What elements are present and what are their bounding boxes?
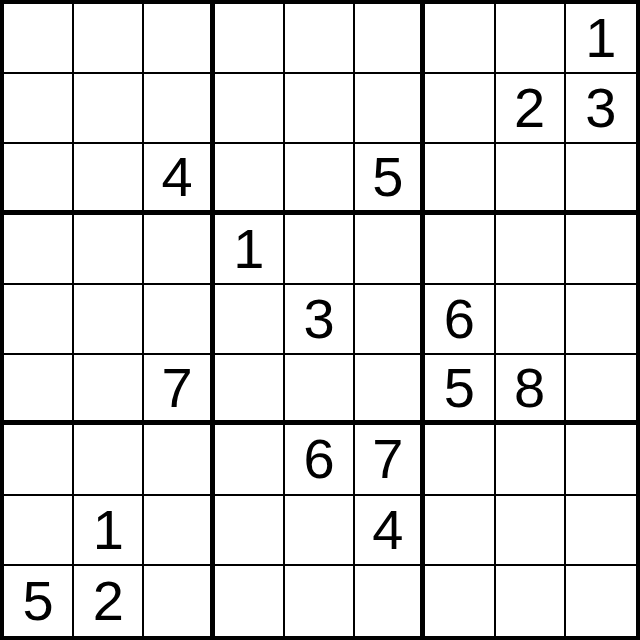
given-digit: 4 <box>372 502 403 558</box>
cell-r1c1[interactable] <box>4 4 74 74</box>
cell-r9c7[interactable] <box>425 566 495 636</box>
cell-r7c4[interactable] <box>215 425 285 495</box>
cell-r6c5[interactable] <box>285 355 355 425</box>
cell-r3c6[interactable]: 5 <box>355 144 425 214</box>
cell-r9c8[interactable] <box>496 566 566 636</box>
cell-r9c9[interactable] <box>566 566 636 636</box>
cell-r9c5[interactable] <box>285 566 355 636</box>
cell-r9c3[interactable] <box>144 566 214 636</box>
cell-r5c2[interactable] <box>74 285 144 355</box>
cell-r6c2[interactable] <box>74 355 144 425</box>
cell-r4c9[interactable] <box>566 215 636 285</box>
cell-r4c1[interactable] <box>4 215 74 285</box>
cell-r7c7[interactable] <box>425 425 495 495</box>
cell-r6c7[interactable]: 5 <box>425 355 495 425</box>
cell-r8c5[interactable] <box>285 496 355 566</box>
cell-r4c5[interactable] <box>285 215 355 285</box>
cell-r9c4[interactable] <box>215 566 285 636</box>
cell-r4c6[interactable] <box>355 215 425 285</box>
cell-r9c2[interactable]: 2 <box>74 566 144 636</box>
cell-r1c2[interactable] <box>74 4 144 74</box>
cell-r7c5[interactable]: 6 <box>285 425 355 495</box>
cell-r5c7[interactable]: 6 <box>425 285 495 355</box>
cell-r1c5[interactable] <box>285 4 355 74</box>
cell-r4c8[interactable] <box>496 215 566 285</box>
cell-r7c3[interactable] <box>144 425 214 495</box>
cell-r2c4[interactable] <box>215 74 285 144</box>
cell-r3c2[interactable] <box>74 144 144 214</box>
given-digit: 6 <box>444 291 475 347</box>
cell-r8c7[interactable] <box>425 496 495 566</box>
cell-r4c7[interactable] <box>425 215 495 285</box>
cell-r2c2[interactable] <box>74 74 144 144</box>
cell-r7c9[interactable] <box>566 425 636 495</box>
cell-r6c9[interactable] <box>566 355 636 425</box>
given-digit: 5 <box>444 360 475 416</box>
given-digit: 6 <box>303 431 334 487</box>
cell-r3c1[interactable] <box>4 144 74 214</box>
cell-r2c1[interactable] <box>4 74 74 144</box>
cell-r2c6[interactable] <box>355 74 425 144</box>
cell-r7c6[interactable]: 7 <box>355 425 425 495</box>
cell-r5c1[interactable] <box>4 285 74 355</box>
cell-r1c4[interactable] <box>215 4 285 74</box>
cell-r2c3[interactable] <box>144 74 214 144</box>
given-digit: 7 <box>161 360 192 416</box>
cell-r3c4[interactable] <box>215 144 285 214</box>
cell-r8c3[interactable] <box>144 496 214 566</box>
given-digit: 8 <box>514 360 545 416</box>
cell-r8c1[interactable] <box>4 496 74 566</box>
cell-r2c7[interactable] <box>425 74 495 144</box>
cell-r8c9[interactable] <box>566 496 636 566</box>
given-digit: 1 <box>233 221 264 277</box>
cell-r3c8[interactable] <box>496 144 566 214</box>
cell-r1c3[interactable] <box>144 4 214 74</box>
given-digit: 2 <box>514 80 545 136</box>
given-digit: 7 <box>372 431 403 487</box>
cell-r5c9[interactable] <box>566 285 636 355</box>
cell-r3c9[interactable] <box>566 144 636 214</box>
cell-r1c9[interactable]: 1 <box>566 4 636 74</box>
cell-r6c6[interactable] <box>355 355 425 425</box>
cell-r5c5[interactable]: 3 <box>285 285 355 355</box>
given-digit: 5 <box>23 573 54 629</box>
given-digit: 3 <box>585 80 616 136</box>
given-digit: 2 <box>93 573 124 629</box>
cell-r3c3[interactable]: 4 <box>144 144 214 214</box>
cell-r7c1[interactable] <box>4 425 74 495</box>
cell-r7c8[interactable] <box>496 425 566 495</box>
cell-r1c7[interactable] <box>425 4 495 74</box>
cell-r9c1[interactable]: 5 <box>4 566 74 636</box>
cell-r6c1[interactable] <box>4 355 74 425</box>
cell-r3c7[interactable] <box>425 144 495 214</box>
cell-r5c4[interactable] <box>215 285 285 355</box>
cell-r4c2[interactable] <box>74 215 144 285</box>
cell-r6c3[interactable]: 7 <box>144 355 214 425</box>
given-digit: 3 <box>303 291 334 347</box>
cell-r8c6[interactable]: 4 <box>355 496 425 566</box>
cell-r1c8[interactable] <box>496 4 566 74</box>
given-digit: 4 <box>161 149 192 205</box>
cell-r2c5[interactable] <box>285 74 355 144</box>
cell-r9c6[interactable] <box>355 566 425 636</box>
sudoku-board: 12345136758671452 <box>0 0 640 640</box>
given-digit: 5 <box>372 149 403 205</box>
cell-r3c5[interactable] <box>285 144 355 214</box>
cell-r1c6[interactable] <box>355 4 425 74</box>
cell-r2c8[interactable]: 2 <box>496 74 566 144</box>
cell-r6c4[interactable] <box>215 355 285 425</box>
given-digit: 1 <box>93 502 124 558</box>
cell-r2c9[interactable]: 3 <box>566 74 636 144</box>
cell-r6c8[interactable]: 8 <box>496 355 566 425</box>
cell-r8c8[interactable] <box>496 496 566 566</box>
cell-r5c8[interactable] <box>496 285 566 355</box>
cell-r8c2[interactable]: 1 <box>74 496 144 566</box>
cell-r4c4[interactable]: 1 <box>215 215 285 285</box>
cell-r4c3[interactable] <box>144 215 214 285</box>
cell-r5c3[interactable] <box>144 285 214 355</box>
cell-r5c6[interactable] <box>355 285 425 355</box>
given-digit: 1 <box>585 10 616 66</box>
cell-r8c4[interactable] <box>215 496 285 566</box>
cell-r7c2[interactable] <box>74 425 144 495</box>
